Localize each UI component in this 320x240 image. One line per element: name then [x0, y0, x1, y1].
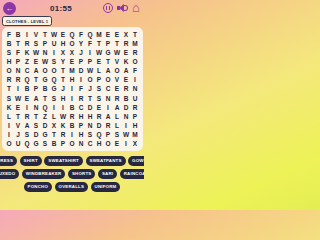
grid-cell[interactable]: F [86, 39, 95, 48]
grid-cell[interactable]: I [23, 103, 32, 112]
grid-cell[interactable]: T [59, 66, 68, 75]
topbar-icons: ⌂ [103, 2, 142, 14]
word-pill: RAINCOAT [120, 169, 144, 179]
grid-cell[interactable]: N [77, 139, 86, 148]
grid-cell[interactable]: R [14, 75, 23, 84]
grid-cell[interactable]: V [113, 57, 122, 66]
grid-cell[interactable]: D [86, 103, 95, 112]
grid-cell[interactable]: N [41, 48, 50, 57]
grid-cell[interactable]: I [5, 121, 14, 130]
grid-cell[interactable]: W [41, 57, 50, 66]
grid-cell[interactable]: S [32, 39, 41, 48]
grid-cell[interactable]: D [122, 103, 131, 112]
grid-cell[interactable]: Q [95, 130, 104, 139]
grid-cell[interactable]: B [23, 84, 32, 93]
grid-cell[interactable]: N [131, 84, 140, 93]
word-pill: SHIRT [20, 156, 42, 166]
grid-cell[interactable]: L [113, 112, 122, 121]
grid-cell[interactable]: I [23, 30, 32, 39]
word-row: TUXEDOWINDBREAKERSHORTSSARIRAINCOAT [0, 169, 144, 179]
grid-cell[interactable]: S [113, 130, 122, 139]
grid-cell[interactable]: A [32, 66, 41, 75]
grid-cell[interactable]: F [131, 66, 140, 75]
grid-cell[interactable]: I [59, 103, 68, 112]
grid-cell[interactable]: O [104, 75, 113, 84]
grid-cell[interactable]: T [32, 75, 41, 84]
grid-cell[interactable]: G [32, 139, 41, 148]
grid-cell[interactable]: R [95, 112, 104, 121]
grid-cell[interactable]: R [131, 103, 140, 112]
grid-cell[interactable]: R [68, 112, 77, 121]
grid-cell[interactable]: S [32, 121, 41, 130]
grid-cell[interactable]: D [77, 66, 86, 75]
grid-cell[interactable]: I [68, 84, 77, 93]
grid-cell[interactable]: H [86, 112, 95, 121]
grid-cell[interactable]: M [131, 39, 140, 48]
grid-cell[interactable]: X [122, 30, 131, 39]
grid-cell[interactable]: M [95, 30, 104, 39]
grid-cell[interactable]: T [41, 30, 50, 39]
grid-cell[interactable]: P [77, 57, 86, 66]
grid-cell[interactable]: X [68, 48, 77, 57]
grid-cell[interactable]: F [14, 48, 23, 57]
home-icon[interactable]: ⌂ [130, 2, 142, 14]
grid-cell[interactable]: T [50, 130, 59, 139]
grid-cell[interactable]: L [113, 121, 122, 130]
grid-cell[interactable]: I [5, 130, 14, 139]
grid-cell[interactable]: B [50, 139, 59, 148]
grid-cell[interactable]: T [32, 112, 41, 121]
grid-cell[interactable]: S [5, 48, 14, 57]
grid-cell[interactable]: S [5, 94, 14, 103]
grid-cell[interactable]: I [131, 75, 140, 84]
word-pill: OVERALLS [55, 182, 89, 192]
grid-cell[interactable]: O [5, 66, 14, 75]
word-pill: SHORTS [68, 169, 96, 179]
grid-cell[interactable]: B [5, 39, 14, 48]
grid-cell[interactable]: W [32, 48, 41, 57]
top-bar: ← 01:55 ⌂ [0, 0, 144, 16]
grid-cell[interactable]: W [50, 30, 59, 39]
word-pill: SWEATSHIRT [44, 156, 83, 166]
grid-cell[interactable]: B [122, 94, 131, 103]
grid-cell[interactable]: R [113, 94, 122, 103]
grid-cell[interactable]: I [50, 103, 59, 112]
grid-cell[interactable]: T [113, 39, 122, 48]
grid-cell[interactable]: S [95, 94, 104, 103]
timer-label: 01:55 [46, 4, 76, 13]
pause-icon[interactable] [103, 3, 113, 13]
grid-cell[interactable]: W [122, 130, 131, 139]
grid-cell[interactable]: E [113, 84, 122, 93]
grid-cell[interactable]: R [77, 94, 86, 103]
grid-cell[interactable]: P [59, 139, 68, 148]
grid-cell[interactable]: P [86, 57, 95, 66]
grid-cell[interactable]: E [113, 30, 122, 39]
grid-cell[interactable]: T [95, 39, 104, 48]
grid-cell[interactable]: W [14, 94, 23, 103]
grid-cell[interactable]: Q [23, 75, 32, 84]
grid-cell[interactable]: I [14, 84, 23, 93]
grid-cell[interactable]: Z [23, 57, 32, 66]
grid-cell[interactable]: Y [59, 57, 68, 66]
grid-cell[interactable]: G [41, 75, 50, 84]
grid-cell[interactable]: F [5, 30, 14, 39]
grid-cell[interactable]: P [41, 39, 50, 48]
grid-cell[interactable]: H [95, 139, 104, 148]
grid-cell[interactable]: K [122, 57, 131, 66]
grid-cell[interactable]: O [50, 66, 59, 75]
grid-cell[interactable]: B [68, 103, 77, 112]
back-button[interactable]: ← [3, 2, 16, 15]
grid-cell[interactable]: Q [68, 30, 77, 39]
grid-cell[interactable]: I [50, 48, 59, 57]
word-pill: SWEATPANTS [86, 156, 126, 166]
grid-cell[interactable]: W [95, 48, 104, 57]
grid-cell[interactable]: B [68, 121, 77, 130]
grid-cell[interactable]: K [23, 48, 32, 57]
grid-cell[interactable]: A [23, 121, 32, 130]
grid-cell[interactable]: I [122, 139, 131, 148]
word-pill: TUXEDO [0, 169, 19, 179]
grid-cell[interactable]: V [14, 121, 23, 130]
grid-cell[interactable]: O [113, 66, 122, 75]
grid-cell[interactable]: C [104, 84, 113, 93]
grid-cell[interactable]: A [104, 66, 113, 75]
grid-cell[interactable]: R [122, 39, 131, 48]
grid-cell[interactable]: W [59, 112, 68, 121]
word-row: DRESSSHIRTSWEATSHIRTSWEATPANTSGOWN [0, 156, 144, 166]
grid-cell[interactable]: E [68, 57, 77, 66]
grid-cell[interactable]: G [41, 130, 50, 139]
grid-cell[interactable]: Q [50, 75, 59, 84]
grid-cell[interactable]: G [104, 48, 113, 57]
word-pill: PONCHO [24, 182, 52, 192]
grid-cell[interactable]: O [104, 139, 113, 148]
level-chip: CLOTHES - LEVEL 1 [2, 16, 52, 26]
grid-cell[interactable]: I [77, 75, 86, 84]
grid-cell[interactable]: E [113, 139, 122, 148]
grid-cell[interactable]: A [122, 66, 131, 75]
grid-cell[interactable]: A [32, 94, 41, 103]
grid-cell[interactable]: W [113, 48, 122, 57]
grid-cell[interactable]: H [77, 112, 86, 121]
word-pill: DRESS [0, 156, 17, 166]
grid-cell[interactable]: C [23, 66, 32, 75]
word-list: DRESSSHIRTSWEATSHIRTSWEATPANTSGOWNTUXEDO… [0, 156, 144, 195]
grid-cell[interactable]: O [131, 57, 140, 66]
word-pill: GOWN [128, 156, 144, 166]
grid-cell[interactable]: R [59, 130, 68, 139]
grid-cell[interactable]: C [77, 103, 86, 112]
grid-cell[interactable]: W [86, 66, 95, 75]
grid-cell[interactable]: L [5, 112, 14, 121]
grid-cell[interactable]: E [104, 30, 113, 39]
grid-cell[interactable]: R [131, 48, 140, 57]
grid-cell[interactable]: M [131, 130, 140, 139]
word-pill: UNIFORM [91, 182, 121, 192]
grid-cell[interactable]: I [122, 121, 131, 130]
grid-cell[interactable]: T [14, 39, 23, 48]
grid-cell[interactable]: B [41, 84, 50, 93]
grid-cell[interactable]: P [77, 121, 86, 130]
grid-cell[interactable]: J [59, 84, 68, 93]
grid-cell[interactable]: L [95, 66, 104, 75]
grid-cell[interactable]: T [14, 112, 23, 121]
grid-cell[interactable]: S [41, 139, 50, 148]
grid-cell[interactable]: B [14, 30, 23, 39]
grid-cell[interactable]: T [131, 30, 140, 39]
grid-cell[interactable]: E [59, 30, 68, 39]
grid-cell[interactable]: Z [41, 112, 50, 121]
grid-cell[interactable]: X [50, 121, 59, 130]
grid-cell[interactable]: H [59, 94, 68, 103]
grid-cell[interactable]: P [14, 57, 23, 66]
grid-cell[interactable]: H [77, 130, 86, 139]
grid-cell[interactable]: H [59, 39, 68, 48]
grid-cell[interactable]: T [59, 75, 68, 84]
grid-cell[interactable]: O [5, 139, 14, 148]
grid-cell[interactable]: E [122, 48, 131, 57]
grid-cell[interactable]: A [104, 112, 113, 121]
grid-cell[interactable]: S [95, 84, 104, 93]
grid-cell[interactable]: A [113, 103, 122, 112]
grid-cell[interactable]: O [68, 39, 77, 48]
grid-cell[interactable]: J [77, 48, 86, 57]
grid-cell[interactable]: M [68, 66, 77, 75]
grid-cell[interactable]: S [23, 130, 32, 139]
grid-cell[interactable]: P [32, 84, 41, 93]
grid-cell[interactable]: Q [23, 139, 32, 148]
grid-cell[interactable]: C [86, 139, 95, 148]
back-arrow-icon: ← [6, 5, 14, 13]
grid-cell[interactable]: K [59, 121, 68, 130]
grid-cell[interactable]: N [122, 112, 131, 121]
grid-cell[interactable]: O [68, 139, 77, 148]
grid-cell[interactable]: P [104, 130, 113, 139]
word-row: PONCHOOVERALLSUNIFORM [0, 182, 144, 192]
grid-cell[interactable]: X [59, 48, 68, 57]
grid-cell[interactable]: O [86, 75, 95, 84]
grid-cell[interactable]: U [131, 94, 140, 103]
grid-cell[interactable]: S [50, 57, 59, 66]
grid-cell[interactable]: D [32, 130, 41, 139]
grid-cell[interactable]: Q [86, 30, 95, 39]
speaker-icon[interactable] [116, 3, 127, 14]
grid-cell[interactable]: Q [41, 103, 50, 112]
word-search-board[interactable]: FBIVTWEQFQMEEXTBTRSPUHOYFTPTRMSFKWNIXXJI… [2, 27, 143, 151]
grid-cell[interactable]: R [122, 84, 131, 93]
grid-cell[interactable]: E [95, 103, 104, 112]
grid-cell[interactable]: I [104, 103, 113, 112]
grid-cell[interactable]: P [104, 39, 113, 48]
grid-cell[interactable]: F [77, 84, 86, 93]
word-pill: SARI [98, 169, 117, 179]
grid-cell[interactable]: O [41, 66, 50, 75]
grid-cell[interactable]: Y [77, 39, 86, 48]
grid-cell[interactable]: E [32, 57, 41, 66]
grid-cell[interactable]: D [41, 121, 50, 130]
grid-cell[interactable]: P [131, 112, 140, 121]
grid-cell[interactable]: N [104, 94, 113, 103]
grid-cell[interactable]: H [68, 75, 77, 84]
grid-cell[interactable]: N [86, 121, 95, 130]
grid-cell[interactable]: R [23, 112, 32, 121]
grid-cell[interactable]: N [32, 103, 41, 112]
grid-cell[interactable]: K [5, 103, 14, 112]
grid-cell[interactable]: H [5, 57, 14, 66]
grid-cell[interactable]: T [86, 94, 95, 103]
grid-cell[interactable]: D [95, 121, 104, 130]
grid-cell[interactable]: R [23, 39, 32, 48]
grid-cell[interactable]: E [122, 75, 131, 84]
grid-cell[interactable]: H [131, 121, 140, 130]
grid-cell[interactable]: E [95, 57, 104, 66]
grid-cell[interactable]: F [77, 30, 86, 39]
grid-cell[interactable]: J [86, 84, 95, 93]
grid-cell[interactable]: I [68, 130, 77, 139]
grid-cell[interactable]: I [68, 94, 77, 103]
grid-cell[interactable]: U [50, 39, 59, 48]
grid-cell[interactable]: E [14, 103, 23, 112]
grid-cell[interactable]: T [5, 84, 14, 93]
grid-cell[interactable]: S [50, 94, 59, 103]
grid-cell[interactable]: T [41, 94, 50, 103]
grid-cell[interactable]: X [131, 139, 140, 148]
grid-cell[interactable]: P [95, 75, 104, 84]
grid-cell[interactable]: R [5, 75, 14, 84]
grid-cell[interactable]: S [86, 130, 95, 139]
grid-cell[interactable]: N [14, 66, 23, 75]
grid-cell[interactable]: V [113, 75, 122, 84]
word-pill: WINDBREAKER [22, 169, 66, 179]
grid-cell[interactable]: L [50, 112, 59, 121]
grid-cell[interactable]: U [14, 139, 23, 148]
grid-cell[interactable]: R [104, 121, 113, 130]
grid-cell[interactable]: I [86, 48, 95, 57]
grid-cell[interactable]: V [32, 30, 41, 39]
grid-cell[interactable]: G [50, 84, 59, 93]
grid-cell[interactable]: T [104, 57, 113, 66]
grid-cell[interactable]: E [23, 94, 32, 103]
grid-cell[interactable]: J [14, 130, 23, 139]
